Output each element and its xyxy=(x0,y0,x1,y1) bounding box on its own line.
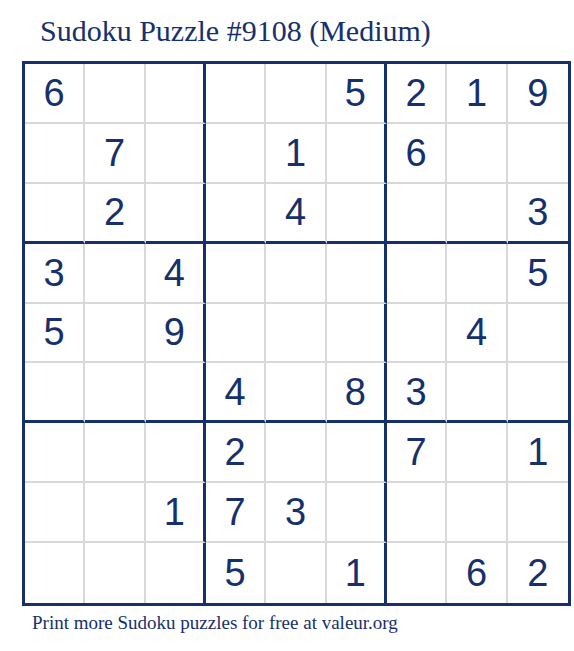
sudoku-cell-empty[interactable] xyxy=(266,363,326,423)
sudoku-board: 652197162433455944832711735162 xyxy=(22,61,571,606)
sudoku-cell-empty[interactable] xyxy=(327,124,387,184)
sudoku-cell-empty[interactable] xyxy=(25,543,85,603)
sudoku-cell-empty[interactable] xyxy=(146,64,206,124)
sudoku-cell-given: 1 xyxy=(266,124,326,184)
sudoku-cell-empty[interactable] xyxy=(387,184,447,244)
sudoku-cell-empty[interactable] xyxy=(447,423,507,483)
sudoku-cell-empty[interactable] xyxy=(266,244,326,304)
sudoku-cell-given: 8 xyxy=(327,363,387,423)
sudoku-cell-empty[interactable] xyxy=(206,244,266,304)
sudoku-cell-empty[interactable] xyxy=(447,363,507,423)
sudoku-cell-given: 2 xyxy=(85,184,145,244)
sudoku-cell-given: 6 xyxy=(447,543,507,603)
sudoku-cell-empty[interactable] xyxy=(146,184,206,244)
sudoku-cell-empty[interactable] xyxy=(508,363,568,423)
sudoku-cell-empty[interactable] xyxy=(25,423,85,483)
sudoku-cell-empty[interactable] xyxy=(387,244,447,304)
sudoku-cell-empty[interactable] xyxy=(85,543,145,603)
sudoku-cell-empty[interactable] xyxy=(206,184,266,244)
sudoku-cell-empty[interactable] xyxy=(266,423,326,483)
sudoku-cell-empty[interactable] xyxy=(146,363,206,423)
sudoku-cell-given: 5 xyxy=(508,244,568,304)
sudoku-cell-empty[interactable] xyxy=(266,64,326,124)
sudoku-cell-empty[interactable] xyxy=(146,124,206,184)
sudoku-cell-given: 9 xyxy=(508,64,568,124)
sudoku-cell-empty[interactable] xyxy=(25,124,85,184)
sudoku-cell-empty[interactable] xyxy=(25,184,85,244)
sudoku-cell-empty[interactable] xyxy=(25,483,85,543)
sudoku-cell-given: 9 xyxy=(146,304,206,364)
sudoku-cell-empty[interactable] xyxy=(387,543,447,603)
sudoku-cell-empty[interactable] xyxy=(206,64,266,124)
sudoku-cell-empty[interactable] xyxy=(146,543,206,603)
sudoku-cell-given: 3 xyxy=(266,483,326,543)
sudoku-page: Sudoku Puzzle #9108 (Medium) 65219716243… xyxy=(0,0,574,651)
sudoku-cell-empty[interactable] xyxy=(387,483,447,543)
sudoku-cell-given: 2 xyxy=(508,543,568,603)
sudoku-cell-given: 1 xyxy=(447,64,507,124)
sudoku-cell-empty[interactable] xyxy=(327,244,387,304)
sudoku-cell-given: 4 xyxy=(266,184,326,244)
sudoku-cell-given: 4 xyxy=(206,363,266,423)
sudoku-cell-given: 7 xyxy=(85,124,145,184)
sudoku-cell-empty[interactable] xyxy=(146,423,206,483)
sudoku-cell-empty[interactable] xyxy=(85,363,145,423)
sudoku-cell-given: 6 xyxy=(387,124,447,184)
sudoku-cell-empty[interactable] xyxy=(447,483,507,543)
sudoku-cell-empty[interactable] xyxy=(266,304,326,364)
sudoku-cell-empty[interactable] xyxy=(447,244,507,304)
sudoku-cell-empty[interactable] xyxy=(25,363,85,423)
footer-text: Print more Sudoku puzzles for free at va… xyxy=(32,611,398,634)
sudoku-cell-given: 7 xyxy=(387,423,447,483)
page-title: Sudoku Puzzle #9108 (Medium) xyxy=(40,12,431,50)
sudoku-cell-empty[interactable] xyxy=(508,483,568,543)
sudoku-cell-empty[interactable] xyxy=(327,483,387,543)
sudoku-cell-empty[interactable] xyxy=(85,244,145,304)
sudoku-cell-given: 1 xyxy=(508,423,568,483)
sudoku-cell-empty[interactable] xyxy=(327,184,387,244)
sudoku-cell-given: 3 xyxy=(508,184,568,244)
sudoku-cell-empty[interactable] xyxy=(206,304,266,364)
sudoku-cell-empty[interactable] xyxy=(266,543,326,603)
sudoku-cell-empty[interactable] xyxy=(327,304,387,364)
sudoku-cell-given: 5 xyxy=(206,543,266,603)
sudoku-cell-given: 7 xyxy=(206,483,266,543)
sudoku-cell-given: 4 xyxy=(447,304,507,364)
sudoku-cell-given: 6 xyxy=(25,64,85,124)
sudoku-cell-given: 3 xyxy=(387,363,447,423)
sudoku-cell-given: 2 xyxy=(206,423,266,483)
sudoku-cell-empty[interactable] xyxy=(85,483,145,543)
sudoku-cell-empty[interactable] xyxy=(387,304,447,364)
sudoku-cell-given: 4 xyxy=(146,244,206,304)
sudoku-cell-given: 3 xyxy=(25,244,85,304)
sudoku-cell-given: 1 xyxy=(327,543,387,603)
sudoku-cell-empty[interactable] xyxy=(508,304,568,364)
sudoku-cell-given: 2 xyxy=(387,64,447,124)
sudoku-cell-given: 1 xyxy=(146,483,206,543)
sudoku-cell-empty[interactable] xyxy=(85,64,145,124)
sudoku-cell-empty[interactable] xyxy=(508,124,568,184)
sudoku-cell-empty[interactable] xyxy=(85,423,145,483)
sudoku-cell-empty[interactable] xyxy=(447,124,507,184)
sudoku-cell-empty[interactable] xyxy=(327,423,387,483)
sudoku-cell-empty[interactable] xyxy=(206,124,266,184)
sudoku-cell-given: 5 xyxy=(25,304,85,364)
sudoku-cell-empty[interactable] xyxy=(447,184,507,244)
sudoku-cell-given: 5 xyxy=(327,64,387,124)
sudoku-cell-empty[interactable] xyxy=(85,304,145,364)
